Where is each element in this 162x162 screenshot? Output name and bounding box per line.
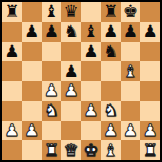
piece-black-pawn[interactable]: ♟ bbox=[143, 23, 158, 40]
square-g7[interactable]: ♟ bbox=[121, 22, 141, 42]
square-d5[interactable]: ♟ bbox=[61, 61, 81, 81]
square-c8[interactable]: ♝ bbox=[42, 2, 62, 22]
square-h4[interactable] bbox=[140, 81, 160, 101]
piece-white-knight[interactable]: ♞ bbox=[103, 102, 118, 119]
piece-black-pawn[interactable]: ♟ bbox=[123, 23, 138, 40]
square-g3[interactable] bbox=[121, 101, 141, 121]
piece-black-knight[interactable]: ♞ bbox=[103, 42, 118, 59]
square-g6[interactable] bbox=[121, 42, 141, 62]
square-b1[interactable] bbox=[22, 140, 42, 160]
piece-black-pawn[interactable]: ♟ bbox=[103, 23, 118, 40]
square-d6[interactable] bbox=[61, 42, 81, 62]
square-f1[interactable]: ♝ bbox=[101, 140, 121, 160]
chess-board: ♜♝♛♜♚♟♟♞♝♟♟♟♟♟♞♟♝♟♟♞♟♞♟♟♟♟♟♜♛♚♝♜ bbox=[0, 0, 162, 162]
square-e2[interactable] bbox=[81, 121, 101, 141]
piece-black-knight[interactable]: ♞ bbox=[64, 23, 79, 40]
square-b8[interactable] bbox=[22, 2, 42, 22]
square-b6[interactable] bbox=[22, 42, 42, 62]
piece-black-pawn[interactable]: ♟ bbox=[64, 62, 79, 79]
square-b2[interactable]: ♟ bbox=[22, 121, 42, 141]
piece-black-rook[interactable]: ♜ bbox=[4, 3, 19, 20]
square-a2[interactable]: ♟ bbox=[2, 121, 22, 141]
square-d7[interactable]: ♞ bbox=[61, 22, 81, 42]
square-e5[interactable] bbox=[81, 61, 101, 81]
square-c1[interactable]: ♜ bbox=[42, 140, 62, 160]
square-a3[interactable] bbox=[2, 101, 22, 121]
square-h2[interactable]: ♟ bbox=[140, 121, 160, 141]
square-b5[interactable] bbox=[22, 61, 42, 81]
piece-black-rook[interactable]: ♜ bbox=[103, 3, 118, 20]
piece-white-bishop[interactable]: ♝ bbox=[103, 141, 118, 158]
piece-white-pawn[interactable]: ♟ bbox=[143, 121, 158, 138]
square-g4[interactable] bbox=[121, 81, 141, 101]
square-c3[interactable]: ♞ bbox=[42, 101, 62, 121]
piece-white-pawn[interactable]: ♟ bbox=[123, 121, 138, 138]
piece-white-king[interactable]: ♚ bbox=[83, 141, 98, 158]
square-h3[interactable] bbox=[140, 101, 160, 121]
square-f8[interactable]: ♜ bbox=[101, 2, 121, 22]
square-d4[interactable]: ♟ bbox=[61, 81, 81, 101]
square-e1[interactable]: ♚ bbox=[81, 140, 101, 160]
piece-white-queen[interactable]: ♛ bbox=[64, 141, 79, 158]
piece-black-pawn[interactable]: ♟ bbox=[24, 23, 39, 40]
square-b4[interactable] bbox=[22, 81, 42, 101]
piece-black-pawn[interactable]: ♟ bbox=[4, 42, 19, 59]
square-e4[interactable] bbox=[81, 81, 101, 101]
square-c6[interactable] bbox=[42, 42, 62, 62]
piece-white-pawn[interactable]: ♟ bbox=[83, 102, 98, 119]
square-h5[interactable] bbox=[140, 61, 160, 81]
piece-white-rook[interactable]: ♜ bbox=[143, 141, 158, 158]
square-b7[interactable]: ♟ bbox=[22, 22, 42, 42]
square-f6[interactable]: ♞ bbox=[101, 42, 121, 62]
piece-black-bishop[interactable]: ♝ bbox=[44, 3, 59, 20]
square-h6[interactable] bbox=[140, 42, 160, 62]
square-e7[interactable]: ♝ bbox=[81, 22, 101, 42]
square-e3[interactable]: ♟ bbox=[81, 101, 101, 121]
piece-black-queen[interactable]: ♛ bbox=[64, 3, 79, 20]
piece-white-pawn[interactable]: ♟ bbox=[64, 82, 79, 99]
piece-white-knight[interactable]: ♞ bbox=[44, 102, 59, 119]
square-c2[interactable] bbox=[42, 121, 62, 141]
piece-black-pawn[interactable]: ♟ bbox=[83, 42, 98, 59]
piece-white-pawn[interactable]: ♟ bbox=[103, 121, 118, 138]
square-a5[interactable] bbox=[2, 61, 22, 81]
square-f7[interactable]: ♟ bbox=[101, 22, 121, 42]
square-a6[interactable]: ♟ bbox=[2, 42, 22, 62]
square-f2[interactable]: ♟ bbox=[101, 121, 121, 141]
square-c7[interactable]: ♟ bbox=[42, 22, 62, 42]
piece-white-rook[interactable]: ♜ bbox=[44, 141, 59, 158]
piece-white-pawn[interactable]: ♟ bbox=[24, 121, 39, 138]
square-g2[interactable]: ♟ bbox=[121, 121, 141, 141]
square-c4[interactable]: ♟ bbox=[42, 81, 62, 101]
square-g1[interactable] bbox=[121, 140, 141, 160]
piece-black-king[interactable]: ♚ bbox=[123, 3, 138, 20]
piece-black-bishop[interactable]: ♝ bbox=[83, 23, 98, 40]
square-a7[interactable] bbox=[2, 22, 22, 42]
square-f5[interactable] bbox=[101, 61, 121, 81]
square-d2[interactable] bbox=[61, 121, 81, 141]
square-a4[interactable] bbox=[2, 81, 22, 101]
square-d3[interactable] bbox=[61, 101, 81, 121]
square-h8[interactable] bbox=[140, 2, 160, 22]
square-d1[interactable]: ♛ bbox=[61, 140, 81, 160]
square-d8[interactable]: ♛ bbox=[61, 2, 81, 22]
square-g5[interactable]: ♝ bbox=[121, 61, 141, 81]
square-a8[interactable]: ♜ bbox=[2, 2, 22, 22]
square-f4[interactable] bbox=[101, 81, 121, 101]
square-e6[interactable]: ♟ bbox=[81, 42, 101, 62]
square-g8[interactable]: ♚ bbox=[121, 2, 141, 22]
square-c5[interactable] bbox=[42, 61, 62, 81]
square-b3[interactable] bbox=[22, 101, 42, 121]
piece-white-pawn[interactable]: ♟ bbox=[44, 82, 59, 99]
square-h7[interactable]: ♟ bbox=[140, 22, 160, 42]
square-h1[interactable]: ♜ bbox=[140, 140, 160, 160]
square-f3[interactable]: ♞ bbox=[101, 101, 121, 121]
piece-white-pawn[interactable]: ♟ bbox=[4, 121, 19, 138]
square-e8[interactable] bbox=[81, 2, 101, 22]
piece-black-pawn[interactable]: ♟ bbox=[44, 23, 59, 40]
piece-white-bishop[interactable]: ♝ bbox=[123, 62, 138, 79]
square-a1[interactable] bbox=[2, 140, 22, 160]
